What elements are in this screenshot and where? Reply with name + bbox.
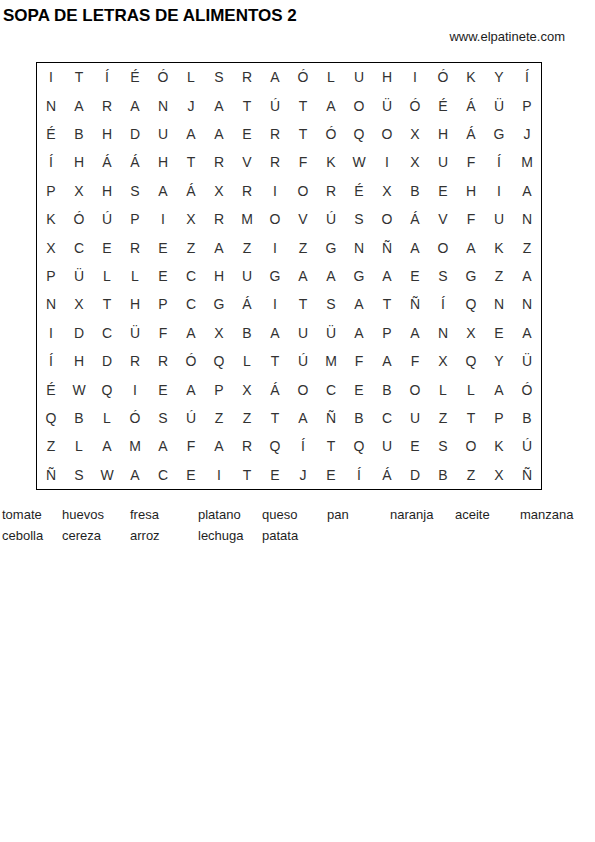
grid-cell-r12c9: Á [261,375,289,403]
grid-cell-r13c17: P [485,404,513,432]
grid-cell-r4c6: T [177,148,205,176]
grid-cell-r1c15: Ó [429,63,457,91]
grid-cell-r1c5: Ó [149,63,177,91]
grid-cell-r3c3: H [93,120,121,148]
grid-cell-r5c17: I [485,177,513,205]
grid-cell-r6c10: V [289,205,317,233]
grid-cell-r7c9: I [261,233,289,261]
grid-cell-r14c15: S [429,432,457,460]
grid-cell-r10c13: P [373,319,401,347]
grid-cell-r14c8: R [233,432,261,460]
grid-cell-r6c9: O [261,205,289,233]
grid-cell-r14c7: A [205,432,233,460]
grid-cell-r13c5: S [149,404,177,432]
grid-cell-r5c6: Á [177,177,205,205]
grid-cell-r12c4: I [121,375,149,403]
grid-cell-r2c14: Ó [401,91,429,119]
grid-cell-r15c2: S [65,461,93,489]
grid-cell-r3c10: T [289,120,317,148]
page-title: SOPA DE LETRAS DE ALIMENTOS 2 [3,6,297,26]
grid-cell-r3c2: B [65,120,93,148]
grid-cell-r14c12: Q [345,432,373,460]
grid-cell-r7c1: X [37,233,65,261]
grid-cell-r11c14: F [401,347,429,375]
grid-cell-r1c10: Ó [289,63,317,91]
grid-cell-r15c5: C [149,461,177,489]
word-item-manzana: manzana [520,507,573,522]
grid-cell-r9c15: Í [429,290,457,318]
grid-cell-r14c4: M [121,432,149,460]
grid-cell-r13c12: B [345,404,373,432]
grid-cell-r1c4: É [121,63,149,91]
grid-cell-r6c17: U [485,205,513,233]
grid-cell-r3c14: X [401,120,429,148]
grid-cell-r3c17: G [485,120,513,148]
grid-cell-r9c1: N [37,290,65,318]
grid-cell-r10c17: E [485,319,513,347]
grid-cell-r9c9: I [261,290,289,318]
grid-cell-r15c4: A [121,461,149,489]
grid-cell-r14c16: O [457,432,485,460]
grid-cell-r10c11: Ü [317,319,345,347]
grid-cell-r6c2: Ó [65,205,93,233]
word-item-patata: patata [262,528,298,543]
grid-cell-r15c12: Í [345,461,373,489]
grid-cell-r1c1: I [37,63,65,91]
word-item-fresa: fresa [130,507,159,522]
grid-cell-r11c12: F [345,347,373,375]
word-item-queso: queso [262,507,297,522]
grid-cell-r5c13: X [373,177,401,205]
grid-cell-r11c1: Í [37,347,65,375]
grid-cell-r15c3: W [93,461,121,489]
grid-cell-r1c12: U [345,63,373,91]
grid-cell-r6c11: Ú [317,205,345,233]
grid-cell-r5c18: A [513,177,541,205]
grid-cell-r2c11: A [317,91,345,119]
grid-cell-r10c2: D [65,319,93,347]
grid-cell-r6c3: Ú [93,205,121,233]
grid-cell-r6c18: N [513,205,541,233]
grid-cell-r8c9: G [261,262,289,290]
grid-cell-r6c6: X [177,205,205,233]
grid-cell-r2c17: Ü [485,91,513,119]
grid-cell-r1c7: S [205,63,233,91]
grid-cell-r15c16: Z [457,461,485,489]
grid-cell-r12c8: X [233,375,261,403]
grid-cell-r4c1: Í [37,148,65,176]
grid-cell-r15c17: X [485,461,513,489]
grid-cell-r7c13: Ñ [373,233,401,261]
grid-cell-r8c8: U [233,262,261,290]
grid-cell-r14c3: A [93,432,121,460]
grid-cell-r7c2: C [65,233,93,261]
grid-cell-r3c13: O [373,120,401,148]
grid-cell-r2c9: Ú [261,91,289,119]
grid-cell-r14c18: Ú [513,432,541,460]
grid-cell-r12c15: L [429,375,457,403]
grid-cell-r14c13: U [373,432,401,460]
grid-cell-r7c3: E [93,233,121,261]
grid-cell-r13c16: T [457,404,485,432]
grid-cell-r13c6: Ú [177,404,205,432]
grid-cell-r12c18: Ó [513,375,541,403]
grid-cell-r6c16: F [457,205,485,233]
grid-cell-r8c16: G [457,262,485,290]
grid-cell-r9c17: N [485,290,513,318]
grid-cell-r12c16: L [457,375,485,403]
grid-cell-r5c15: E [429,177,457,205]
grid-cell-r11c4: R [121,347,149,375]
grid-cell-r7c16: A [457,233,485,261]
grid-cell-r14c17: K [485,432,513,460]
grid-cell-r10c8: B [233,319,261,347]
grid-cell-r1c14: I [401,63,429,91]
grid-cell-r3c15: H [429,120,457,148]
word-item-lechuga: lechuga [198,528,244,543]
grid-cell-r5c16: H [457,177,485,205]
grid-cell-r13c3: L [93,404,121,432]
grid-cell-r11c9: T [261,347,289,375]
grid-cell-r13c11: Ñ [317,404,345,432]
grid-cell-r10c6: A [177,319,205,347]
grid-cell-r12c6: A [177,375,205,403]
grid-cell-r1c8: R [233,63,261,91]
grid-cell-r3c7: A [205,120,233,148]
grid-cell-r3c5: U [149,120,177,148]
grid-cell-r6c14: Á [401,205,429,233]
grid-cell-r8c6: C [177,262,205,290]
grid-cell-r9c14: Ñ [401,290,429,318]
grid-cell-r7c15: O [429,233,457,261]
grid-cell-r7c4: R [121,233,149,261]
grid-cell-r5c1: P [37,177,65,205]
word-search-grid: ITÍÉÓLSRAÓLUHIÓKYÍNARANJATÚTAOÜÓÉÁÜPÉBHD… [36,62,542,490]
word-item-naranja: naranja [390,507,433,522]
grid-cell-r8c7: H [205,262,233,290]
grid-cell-r9c7: G [205,290,233,318]
grid-cell-r10c4: Ü [121,319,149,347]
grid-cell-r5c14: B [401,177,429,205]
grid-cell-r6c12: S [345,205,373,233]
grid-cell-r14c11: T [317,432,345,460]
grid-cell-r2c16: Á [457,91,485,119]
grid-cell-r1c6: L [177,63,205,91]
grid-cell-r1c16: K [457,63,485,91]
grid-cell-r4c18: M [513,148,541,176]
grid-cell-r2c18: P [513,91,541,119]
grid-cell-r11c16: Q [457,347,485,375]
grid-cell-r1c18: Í [513,63,541,91]
grid-cell-r4c2: H [65,148,93,176]
grid-cell-r8c13: A [373,262,401,290]
grid-cell-r10c15: N [429,319,457,347]
grid-cell-r3c11: Ó [317,120,345,148]
grid-cell-r13c8: Z [233,404,261,432]
grid-cell-r4c7: R [205,148,233,176]
grid-cell-r15c8: T [233,461,261,489]
grid-cell-r9c12: A [345,290,373,318]
grid-cell-r9c6: C [177,290,205,318]
word-item-cereza: cereza [62,528,101,543]
grid-cell-r12c17: A [485,375,513,403]
grid-cell-r3c18: J [513,120,541,148]
grid-cell-r12c10: O [289,375,317,403]
grid-cell-r5c8: R [233,177,261,205]
grid-cell-r8c17: Z [485,262,513,290]
grid-cell-r9c11: S [317,290,345,318]
grid-cell-r8c15: S [429,262,457,290]
word-item-pan: pan [327,507,349,522]
grid-cell-r1c9: A [261,63,289,91]
word-item-aceite: aceite [455,507,490,522]
grid-cell-r3c16: Á [457,120,485,148]
grid-cell-r6c1: K [37,205,65,233]
grid-cell-r10c14: A [401,319,429,347]
grid-cell-r13c14: U [401,404,429,432]
grid-cell-r4c17: Í [485,148,513,176]
grid-cell-r4c4: Á [121,148,149,176]
grid-cell-r15c1: Ñ [37,461,65,489]
grid-cell-r8c3: L [93,262,121,290]
grid-cell-r7c6: Z [177,233,205,261]
grid-cell-r9c4: H [121,290,149,318]
grid-cell-r6c7: R [205,205,233,233]
grid-cell-r2c3: R [93,91,121,119]
grid-cell-r13c15: Z [429,404,457,432]
grid-cell-r12c5: E [149,375,177,403]
grid-cell-r7c14: A [401,233,429,261]
grid-cell-r15c18: Ñ [513,461,541,489]
grid-cell-r3c6: A [177,120,205,148]
grid-cell-r13c1: Q [37,404,65,432]
word-list-row-1: tomatehuevosfresaplatanoquesopannaranjaa… [0,507,595,523]
grid-cell-r2c10: T [289,91,317,119]
grid-cell-r7c18: Z [513,233,541,261]
grid-cell-r14c6: F [177,432,205,460]
word-item-huevos: huevos [62,507,104,522]
grid-cell-r4c14: X [401,148,429,176]
grid-cell-r9c3: T [93,290,121,318]
grid-cell-r10c18: A [513,319,541,347]
grid-cell-r5c5: A [149,177,177,205]
grid-cell-r14c1: Z [37,432,65,460]
grid-cell-r8c5: E [149,262,177,290]
grid-cell-r3c1: É [37,120,65,148]
grid-cell-r15c11: E [317,461,345,489]
grid-cell-r10c9: A [261,319,289,347]
website-url: www.elpatinete.com [449,29,565,44]
grid-cell-r5c9: I [261,177,289,205]
grid-cell-r2c1: N [37,91,65,119]
grid-cell-r9c18: N [513,290,541,318]
grid-cell-r6c4: P [121,205,149,233]
grid-cell-r15c10: J [289,461,317,489]
grid-cell-r11c13: A [373,347,401,375]
grid-cell-r4c11: K [317,148,345,176]
grid-cell-r2c12: O [345,91,373,119]
grid-cell-r5c7: X [205,177,233,205]
grid-cell-r11c3: D [93,347,121,375]
grid-cell-r2c4: A [121,91,149,119]
grid-cell-r11c18: Ü [513,347,541,375]
grid-cell-r11c17: Y [485,347,513,375]
grid-cell-r8c10: A [289,262,317,290]
grid-cell-r5c3: H [93,177,121,205]
grid-cell-r15c6: E [177,461,205,489]
grid-cell-r9c10: T [289,290,317,318]
word-item-tomate: tomate [2,507,42,522]
grid-cell-r8c12: G [345,262,373,290]
grid-cell-r13c10: A [289,404,317,432]
grid-cell-r8c11: A [317,262,345,290]
grid-cell-r4c3: Á [93,148,121,176]
grid-cell-r15c7: I [205,461,233,489]
grid-cell-r11c6: Ó [177,347,205,375]
grid-cell-r12c11: C [317,375,345,403]
grid-cell-r1c2: T [65,63,93,91]
grid-cell-r14c9: Q [261,432,289,460]
grid-cell-r9c13: T [373,290,401,318]
grid-cell-r7c11: G [317,233,345,261]
grid-cell-r5c12: É [345,177,373,205]
grid-cell-r12c12: E [345,375,373,403]
grid-cell-r12c13: B [373,375,401,403]
grid-cell-r1c11: L [317,63,345,91]
grid-cell-r7c8: Z [233,233,261,261]
grid-cell-r4c8: V [233,148,261,176]
grid-cell-r7c10: Z [289,233,317,261]
grid-cell-r15c13: Á [373,461,401,489]
grid-cell-r5c10: O [289,177,317,205]
grid-cell-r13c18: B [513,404,541,432]
grid-cell-r10c7: X [205,319,233,347]
grid-cell-r14c10: Í [289,432,317,460]
grid-cell-r13c2: B [65,404,93,432]
grid-cell-r4c15: U [429,148,457,176]
grid-cell-r12c7: P [205,375,233,403]
grid-cell-r7c7: A [205,233,233,261]
grid-cell-r9c16: Q [457,290,485,318]
word-list-row-2: cebollacerezaarrozlechugapatata [0,528,595,544]
grid-cell-r4c9: R [261,148,289,176]
grid-cell-r3c9: R [261,120,289,148]
grid-cell-r13c9: T [261,404,289,432]
grid-cell-r9c5: P [149,290,177,318]
grid-cell-r4c16: F [457,148,485,176]
grid-cell-r11c15: X [429,347,457,375]
grid-cell-r5c11: R [317,177,345,205]
grid-cell-r2c7: A [205,91,233,119]
grid-cell-r11c10: Ú [289,347,317,375]
grid-cell-r12c3: Q [93,375,121,403]
grid-cell-r6c15: V [429,205,457,233]
grid-cell-r4c10: F [289,148,317,176]
grid-cell-r10c3: C [93,319,121,347]
grid-cell-r7c5: E [149,233,177,261]
grid-cell-r4c5: H [149,148,177,176]
grid-cell-r11c2: H [65,347,93,375]
grid-cell-r4c12: W [345,148,373,176]
grid-cell-r10c10: U [289,319,317,347]
grid-cell-r6c8: M [233,205,261,233]
grid-cell-r11c7: Q [205,347,233,375]
grid-cell-r10c12: A [345,319,373,347]
grid-cell-r2c5: N [149,91,177,119]
grid-cell-r11c11: M [317,347,345,375]
grid-cell-r9c2: X [65,290,93,318]
grid-cell-r2c15: É [429,91,457,119]
grid-cell-r6c5: I [149,205,177,233]
grid-cell-r12c14: O [401,375,429,403]
grid-cell-r14c5: A [149,432,177,460]
grid-cell-r15c14: D [401,461,429,489]
grid-cell-r14c2: L [65,432,93,460]
grid-cell-r5c2: X [65,177,93,205]
grid-cell-r3c8: E [233,120,261,148]
grid-cell-r7c12: N [345,233,373,261]
grid-cell-r4c13: I [373,148,401,176]
word-item-arroz: arroz [130,528,160,543]
grid-cell-r1c17: Y [485,63,513,91]
word-item-platano: platano [198,507,241,522]
grid-cell-r8c4: L [121,262,149,290]
grid-cell-r2c2: A [65,91,93,119]
grid-cell-r8c18: A [513,262,541,290]
grid-cell-r7c17: K [485,233,513,261]
grid-cell-r8c2: Ü [65,262,93,290]
grid-cell-r10c5: F [149,319,177,347]
grid-cell-r10c16: X [457,319,485,347]
grid-cell-r13c13: C [373,404,401,432]
grid-cell-r11c8: L [233,347,261,375]
grid-cell-r3c12: Q [345,120,373,148]
grid-cell-r8c14: E [401,262,429,290]
grid-cell-r14c14: E [401,432,429,460]
grid-cell-r13c7: Z [205,404,233,432]
grid-cell-r6c13: O [373,205,401,233]
grid-cell-r3c4: D [121,120,149,148]
grid-cell-r8c1: P [37,262,65,290]
grid-cell-r10c1: I [37,319,65,347]
grid-cell-r9c8: Á [233,290,261,318]
grid-cell-r1c13: H [373,63,401,91]
grid-cell-r12c1: É [37,375,65,403]
grid-cell-r5c4: S [121,177,149,205]
grid-cell-r15c9: E [261,461,289,489]
grid-cell-r12c2: W [65,375,93,403]
grid-cell-r2c13: Ü [373,91,401,119]
grid-cell-r15c15: B [429,461,457,489]
grid-cell-r13c4: Ó [121,404,149,432]
grid-cell-r2c8: T [233,91,261,119]
grid-cell-r11c5: R [149,347,177,375]
grid-cell-r2c6: J [177,91,205,119]
word-item-cebolla: cebolla [2,528,43,543]
grid-cell-r1c3: Í [93,63,121,91]
